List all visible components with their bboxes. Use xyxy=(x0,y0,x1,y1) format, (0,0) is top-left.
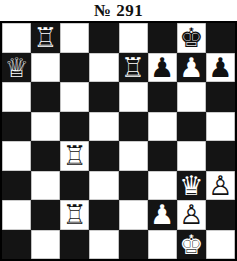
square-e5 xyxy=(119,112,148,142)
piece-black-rook: ♖ xyxy=(34,23,58,52)
piece-white-queen: ♛ xyxy=(179,171,203,200)
square-b7 xyxy=(31,53,60,83)
square-h5 xyxy=(206,112,235,142)
piece-white-rook: ♖ xyxy=(63,200,87,229)
piece-black-pawn: ♟ xyxy=(208,53,232,82)
square-b1 xyxy=(31,230,60,260)
square-e7: ♖ xyxy=(119,53,148,83)
square-h1 xyxy=(206,230,235,260)
square-h3: ♙ xyxy=(206,171,235,201)
square-e6 xyxy=(119,82,148,112)
piece-black-queen: ♕ xyxy=(4,53,28,82)
square-g4 xyxy=(177,141,206,171)
piece-white-king: ♚ xyxy=(179,230,203,259)
square-h2 xyxy=(206,200,235,230)
square-g5 xyxy=(177,112,206,142)
square-g7: ♟ xyxy=(177,53,206,83)
square-g6 xyxy=(177,82,206,112)
square-f8 xyxy=(148,23,177,53)
square-e1 xyxy=(119,230,148,260)
square-a8 xyxy=(2,23,31,53)
square-a7: ♕ xyxy=(2,53,31,83)
piece-black-king: ♚ xyxy=(179,23,203,52)
piece-white-pawn: ♟ xyxy=(150,200,174,229)
square-h7: ♟ xyxy=(206,53,235,83)
square-a1 xyxy=(2,230,31,260)
square-d4 xyxy=(89,141,118,171)
piece-white-pawn: ♟ xyxy=(179,53,203,82)
square-g2: ♙ xyxy=(177,200,206,230)
square-c7 xyxy=(60,53,89,83)
square-a2 xyxy=(2,200,31,230)
square-g8: ♚ xyxy=(177,23,206,53)
square-b3 xyxy=(31,171,60,201)
piece-white-pawn: ♙ xyxy=(208,171,232,200)
square-a3 xyxy=(2,171,31,201)
square-e3 xyxy=(119,171,148,201)
square-e8 xyxy=(119,23,148,53)
square-b2 xyxy=(31,200,60,230)
piece-white-pawn: ♙ xyxy=(179,200,203,229)
square-c6 xyxy=(60,82,89,112)
square-h8 xyxy=(206,23,235,53)
square-f6 xyxy=(148,82,177,112)
square-d8 xyxy=(89,23,118,53)
square-f7: ♟ xyxy=(148,53,177,83)
square-e2 xyxy=(119,200,148,230)
square-c5 xyxy=(60,112,89,142)
square-d1 xyxy=(89,230,118,260)
piece-black-rook: ♖ xyxy=(121,53,145,82)
square-c1 xyxy=(60,230,89,260)
square-b8: ♖ xyxy=(31,23,60,53)
square-g1: ♚ xyxy=(177,230,206,260)
square-c2: ♖ xyxy=(60,200,89,230)
piece-white-rook: ♖ xyxy=(63,141,87,170)
piece-black-pawn: ♟ xyxy=(150,53,174,82)
square-f1 xyxy=(148,230,177,260)
square-h4 xyxy=(206,141,235,171)
square-a4 xyxy=(2,141,31,171)
square-d3 xyxy=(89,171,118,201)
square-d7 xyxy=(89,53,118,83)
square-d5 xyxy=(89,112,118,142)
square-b6 xyxy=(31,82,60,112)
square-f5 xyxy=(148,112,177,142)
square-g3: ♛ xyxy=(177,171,206,201)
square-b4 xyxy=(31,141,60,171)
square-b5 xyxy=(31,112,60,142)
square-a5 xyxy=(2,112,31,142)
chess-board: ♖♚♕♖♟♟♟♖♛♙♖♟♙♚ xyxy=(0,21,237,261)
square-e4 xyxy=(119,141,148,171)
square-a6 xyxy=(2,82,31,112)
square-h6 xyxy=(206,82,235,112)
square-f2: ♟ xyxy=(148,200,177,230)
square-f3 xyxy=(148,171,177,201)
page-title: № 291 xyxy=(0,0,237,21)
square-d2 xyxy=(89,200,118,230)
square-c8 xyxy=(60,23,89,53)
square-d6 xyxy=(89,82,118,112)
square-f4 xyxy=(148,141,177,171)
square-c3 xyxy=(60,171,89,201)
square-c4: ♖ xyxy=(60,141,89,171)
